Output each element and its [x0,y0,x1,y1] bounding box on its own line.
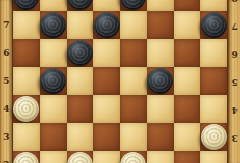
rank-label-left-8: 8 [0,0,13,3]
square-g3 [174,123,201,151]
light-checker-piece-h3[interactable] [201,124,227,150]
dark-checker-piece-b7[interactable] [40,12,66,38]
square-b8 [40,0,67,11]
rank-label-right-5: 5 [228,76,240,87]
square-c6[interactable] [67,39,94,67]
square-d2 [93,151,120,163]
dark-checker-piece-b5[interactable] [40,68,66,94]
square-f6 [147,39,174,67]
square-h3[interactable] [200,123,227,151]
rank-label-right-4: 4 [228,104,240,115]
rank-label-left-4: 4 [0,104,13,115]
square-c7 [67,11,94,39]
square-a6[interactable] [13,39,40,67]
light-checker-piece-c2[interactable] [67,152,93,163]
square-f2 [147,151,174,163]
square-b2 [40,151,67,163]
square-h6 [200,39,227,67]
rank-label-right-3: 3 [228,132,240,143]
square-d3[interactable] [93,123,120,151]
rank-label-right-2: 2 [228,160,240,163]
square-g8[interactable] [174,0,201,11]
square-h4 [200,95,227,123]
light-checker-piece-a4[interactable] [13,96,39,122]
square-d8 [93,0,120,11]
rank-label-right-7: 7 [228,20,240,31]
square-g5 [174,67,201,95]
square-h7[interactable] [200,11,227,39]
square-f8 [147,0,174,11]
dark-checker-piece-f5[interactable] [147,68,173,94]
square-a3 [13,123,40,151]
rank-label-left-6: 6 [0,48,13,59]
square-e3 [120,123,147,151]
board-frame-right: 8765432 [227,0,240,163]
square-e5 [120,67,147,95]
square-f5[interactable] [147,67,174,95]
square-a4[interactable] [13,95,40,123]
square-e4[interactable] [120,95,147,123]
rank-label-left-3: 3 [0,132,13,143]
square-b3[interactable] [40,123,67,151]
square-e7 [120,11,147,39]
square-c8[interactable] [67,0,94,11]
checkers-board [13,0,227,163]
square-c2[interactable] [67,151,94,163]
square-e2[interactable] [120,151,147,163]
square-c4[interactable] [67,95,94,123]
square-b5[interactable] [40,67,67,95]
dark-checker-piece-d7[interactable] [94,12,120,38]
light-checker-piece-a2[interactable] [13,152,39,163]
square-d4 [93,95,120,123]
square-d7[interactable] [93,11,120,39]
light-checker-piece-e2[interactable] [120,152,146,163]
dark-checker-piece-c8[interactable] [67,0,93,10]
dark-checker-piece-e8[interactable] [120,0,146,10]
square-f7[interactable] [147,11,174,39]
square-d5[interactable] [93,67,120,95]
board-frame-left: 8765432 [0,0,13,163]
square-h8 [200,0,227,11]
rank-label-left-2: 2 [0,160,13,163]
square-h5[interactable] [200,67,227,95]
dark-checker-piece-a8[interactable] [13,0,39,10]
square-a5 [13,67,40,95]
square-h2 [200,151,227,163]
square-b7[interactable] [40,11,67,39]
rank-label-right-6: 6 [228,48,240,59]
square-e6[interactable] [120,39,147,67]
rank-label-left-7: 7 [0,20,13,31]
square-c3 [67,123,94,151]
square-d6 [93,39,120,67]
square-a8[interactable] [13,0,40,11]
square-f3[interactable] [147,123,174,151]
checkers-game-screen: 8765432 8765432 [0,0,240,163]
square-b6 [40,39,67,67]
rank-label-right-8: 8 [228,0,240,3]
square-b4 [40,95,67,123]
rank-label-left-5: 5 [0,76,13,87]
square-a7 [13,11,40,39]
square-g2[interactable] [174,151,201,163]
square-e8[interactable] [120,0,147,11]
square-a2[interactable] [13,151,40,163]
square-g6[interactable] [174,39,201,67]
dark-checker-piece-h7[interactable] [201,12,227,38]
square-g4[interactable] [174,95,201,123]
square-c5 [67,67,94,95]
dark-checker-piece-c6[interactable] [67,40,93,66]
square-f4 [147,95,174,123]
square-g7 [174,11,201,39]
